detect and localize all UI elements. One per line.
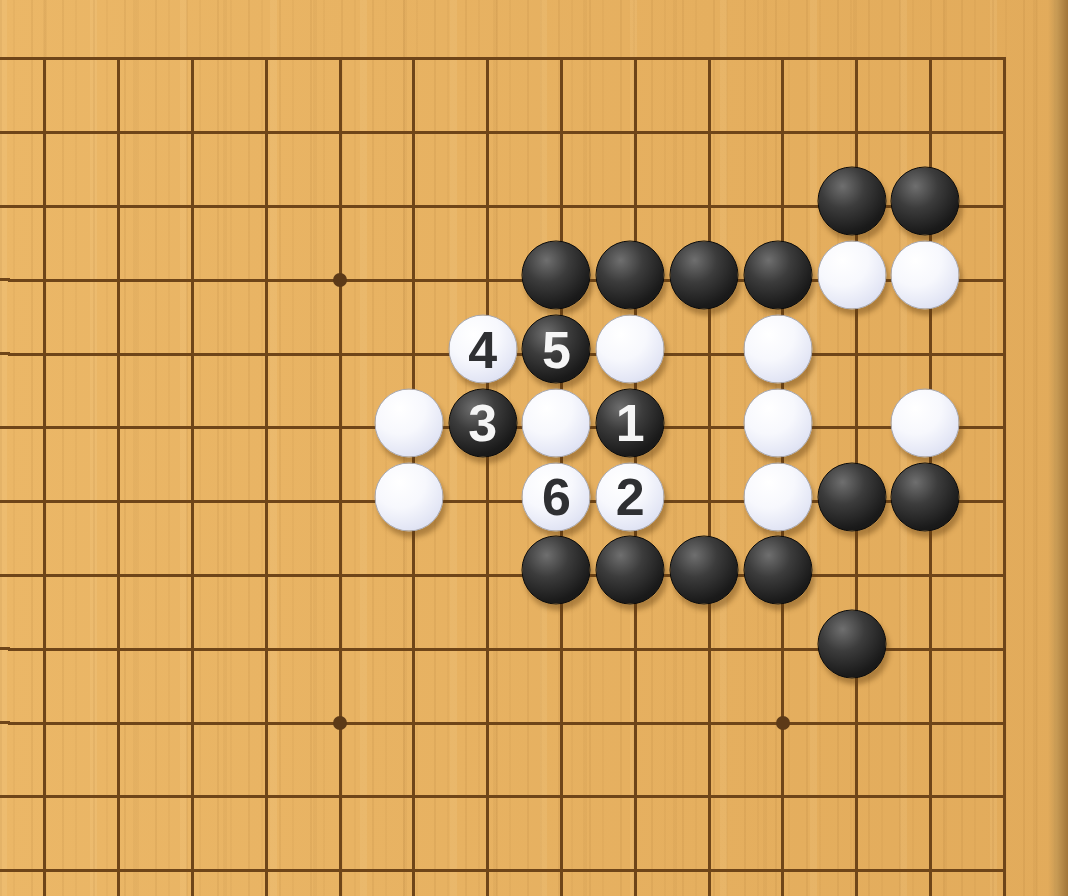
intersection-L11[interactable] [377,612,451,686]
intersection-N15[interactable]: 5 [525,317,599,391]
star-point-K10 [333,716,347,730]
intersection-T10[interactable] [967,686,1041,760]
grid-line-extension [0,647,10,650]
intersection-K17[interactable] [303,170,377,244]
intersection-H19[interactable] [156,22,230,96]
intersection-P13[interactable] [672,465,746,539]
grid-line-extension [0,205,10,208]
move-number-label: 5 [542,323,571,375]
intersection-L19[interactable] [377,22,451,96]
intersection-R12[interactable] [820,539,894,613]
intersection-H10[interactable] [156,686,230,760]
intersection-M18[interactable] [451,96,525,170]
intersection-G14[interactable] [82,391,156,465]
intersection-J18[interactable] [229,96,303,170]
intersection-R15[interactable] [820,317,894,391]
intersection-R19[interactable] [820,22,894,96]
move-number-label: 3 [468,397,497,449]
intersection-R18[interactable] [820,96,894,170]
move-number-label: 2 [616,471,645,523]
intersection-K10[interactable] [303,686,377,760]
intersection-J13[interactable] [229,465,303,539]
intersection-O13[interactable]: 2 [598,465,672,539]
intersection-F18[interactable] [8,96,82,170]
intersection-Q19[interactable] [746,22,820,96]
white-stone-R16 [817,241,886,310]
intersection-O9[interactable] [598,760,672,834]
intersection-K15[interactable] [303,317,377,391]
intersection-O8[interactable] [598,834,672,896]
intersection-N14[interactable] [525,391,599,465]
intersection-G10[interactable] [82,686,156,760]
star-point-Q10 [776,716,790,730]
grid-line-extension [0,574,10,577]
intersection-H9[interactable] [156,760,230,834]
intersection-T8[interactable] [967,834,1041,896]
intersection-M13[interactable] [451,465,525,539]
black-stone-Q12 [743,536,812,605]
intersection-M10[interactable] [451,686,525,760]
intersection-T14[interactable] [967,391,1041,465]
intersection-G15[interactable] [82,317,156,391]
intersection-L10[interactable] [377,686,451,760]
intersection-G19[interactable] [82,22,156,96]
intersection-K11[interactable] [303,612,377,686]
intersection-L14[interactable] [377,391,451,465]
grid-line-extension [0,278,10,281]
intersection-P16[interactable] [672,243,746,317]
intersection-K13[interactable] [303,465,377,539]
grid-line-extension [0,795,10,798]
intersection-G8[interactable] [82,834,156,896]
intersection-L9[interactable] [377,760,451,834]
black-stone-N16 [522,241,591,310]
grid-line-extension [0,131,10,134]
intersection-F9[interactable] [8,760,82,834]
intersection-F8[interactable] [8,834,82,896]
intersection-S12[interactable] [894,539,968,613]
intersection-P15[interactable] [672,317,746,391]
grid-line-extension [0,500,10,503]
intersection-S18[interactable] [894,96,968,170]
intersection-P17[interactable] [672,170,746,244]
grid-line-extension [0,426,10,429]
intersection-S15[interactable] [894,317,968,391]
white-stone-L14 [374,388,443,457]
white-stone-N14 [522,388,591,457]
intersection-Q12[interactable] [746,539,820,613]
intersection-N16[interactable] [525,243,599,317]
intersection-M9[interactable] [451,760,525,834]
intersection-H18[interactable] [156,96,230,170]
intersection-F13[interactable] [8,465,82,539]
intersection-R11[interactable] [820,612,894,686]
white-stone-Q13 [743,462,812,531]
intersection-O12[interactable] [598,539,672,613]
intersection-N18[interactable] [525,96,599,170]
intersection-Q16[interactable] [746,243,820,317]
intersection-J12[interactable] [229,539,303,613]
intersection-G16[interactable] [82,243,156,317]
white-stone-S16 [891,241,960,310]
intersection-R10[interactable] [820,686,894,760]
intersection-S16[interactable] [894,243,968,317]
intersection-M11[interactable] [451,612,525,686]
intersection-S9[interactable] [894,760,968,834]
intersection-R16[interactable] [820,243,894,317]
intersection-N13[interactable]: 6 [525,465,599,539]
white-stone-O13-move-2: 2 [596,462,665,531]
intersection-Q18[interactable] [746,96,820,170]
intersection-J16[interactable] [229,243,303,317]
intersection-R17[interactable] [820,170,894,244]
white-stone-L13 [374,462,443,531]
intersection-P11[interactable] [672,612,746,686]
intersection-G9[interactable] [82,760,156,834]
intersection-F15[interactable] [8,317,82,391]
intersection-H16[interactable] [156,243,230,317]
white-stone-O15 [596,315,665,384]
black-stone-R11 [817,610,886,679]
intersection-Q17[interactable] [746,170,820,244]
intersection-O16[interactable] [598,243,672,317]
intersection-L13[interactable] [377,465,451,539]
intersection-R8[interactable] [820,834,894,896]
grid-line-extension [0,721,10,724]
black-stone-P16 [670,241,739,310]
intersection-N9[interactable] [525,760,599,834]
intersection-M16[interactable] [451,243,525,317]
intersection-F10[interactable] [8,686,82,760]
intersection-H15[interactable] [156,317,230,391]
intersection-N8[interactable] [525,834,599,896]
intersection-M8[interactable] [451,834,525,896]
intersection-M14[interactable]: 3 [451,391,525,465]
intersection-H8[interactable] [156,834,230,896]
intersection-S14[interactable] [894,391,968,465]
intersection-N11[interactable] [525,612,599,686]
black-stone-O12 [596,536,665,605]
black-stone-R13 [817,462,886,531]
intersection-G18[interactable] [82,96,156,170]
intersection-S11[interactable] [894,612,968,686]
intersection-R13[interactable] [820,465,894,539]
intersection-P19[interactable] [672,22,746,96]
intersection-K12[interactable] [303,539,377,613]
intersection-F11[interactable] [8,612,82,686]
white-stone-Q15 [743,315,812,384]
intersection-G17[interactable] [82,170,156,244]
intersection-P12[interactable] [672,539,746,613]
intersection-F17[interactable] [8,170,82,244]
intersection-F16[interactable] [8,243,82,317]
go-board-screen: 453162 [0,0,1068,896]
intersection-S13[interactable] [894,465,968,539]
black-stone-Q16 [743,241,812,310]
intersection-J8[interactable] [229,834,303,896]
white-stone-N13-move-6: 6 [522,462,591,531]
intersection-J17[interactable] [229,170,303,244]
intersection-M17[interactable] [451,170,525,244]
move-number-label: 1 [616,397,645,449]
intersection-J10[interactable] [229,686,303,760]
intersection-L16[interactable] [377,243,451,317]
intersection-T11[interactable] [967,612,1041,686]
intersection-O11[interactable] [598,612,672,686]
intersection-T13[interactable] [967,465,1041,539]
intersection-T17[interactable] [967,170,1041,244]
intersection-J15[interactable] [229,317,303,391]
grid-line-extension [0,57,10,60]
intersection-M15[interactable]: 4 [451,317,525,391]
intersection-L15[interactable] [377,317,451,391]
black-stone-O16 [596,241,665,310]
move-number-label: 6 [542,471,571,523]
intersection-F19[interactable] [8,22,82,96]
intersection-L12[interactable] [377,539,451,613]
intersection-M19[interactable] [451,22,525,96]
board-right-edge [1048,0,1068,896]
intersection-M12[interactable] [451,539,525,613]
intersection-K9[interactable] [303,760,377,834]
star-point-K16 [333,273,347,287]
intersection-Q15[interactable] [746,317,820,391]
go-board: 453162 [8,22,1041,896]
intersection-Q14[interactable] [746,391,820,465]
intersection-K19[interactable] [303,22,377,96]
intersection-O14[interactable]: 1 [598,391,672,465]
intersection-R9[interactable] [820,760,894,834]
intersection-H14[interactable] [156,391,230,465]
intersection-R14[interactable] [820,391,894,465]
intersection-G11[interactable] [82,612,156,686]
intersection-O10[interactable] [598,686,672,760]
intersection-P10[interactable] [672,686,746,760]
black-stone-S17 [891,167,960,236]
intersection-T16[interactable] [967,243,1041,317]
black-stone-S13 [891,462,960,531]
intersection-T12[interactable] [967,539,1041,613]
intersection-G12[interactable] [82,539,156,613]
intersection-Q8[interactable] [746,834,820,896]
intersection-J19[interactable] [229,22,303,96]
intersection-S10[interactable] [894,686,968,760]
intersection-G13[interactable] [82,465,156,539]
intersection-P9[interactable] [672,760,746,834]
white-stone-S14 [891,388,960,457]
black-stone-P12 [670,536,739,605]
intersection-O18[interactable] [598,96,672,170]
intersection-N19[interactable] [525,22,599,96]
intersection-Q13[interactable] [746,465,820,539]
intersection-F14[interactable] [8,391,82,465]
intersection-L8[interactable] [377,834,451,896]
black-stone-R17 [817,167,886,236]
intersection-J11[interactable] [229,612,303,686]
white-stone-M15-move-4: 4 [448,315,517,384]
intersection-N12[interactable] [525,539,599,613]
intersection-H11[interactable] [156,612,230,686]
intersection-H17[interactable] [156,170,230,244]
black-stone-O14-move-1: 1 [596,388,665,457]
intersection-H12[interactable] [156,539,230,613]
intersection-S8[interactable] [894,834,968,896]
intersection-L18[interactable] [377,96,451,170]
intersection-Q9[interactable] [746,760,820,834]
grid-line-extension [0,869,10,872]
intersection-K8[interactable] [303,834,377,896]
intersection-P18[interactable] [672,96,746,170]
intersection-T19[interactable] [967,22,1041,96]
intersection-K14[interactable] [303,391,377,465]
intersection-Q11[interactable] [746,612,820,686]
intersection-L17[interactable] [377,170,451,244]
intersection-P8[interactable] [672,834,746,896]
intersection-O15[interactable] [598,317,672,391]
intersection-H13[interactable] [156,465,230,539]
intersection-P14[interactable] [672,391,746,465]
intersection-N10[interactable] [525,686,599,760]
white-stone-Q14 [743,388,812,457]
intersection-J14[interactable] [229,391,303,465]
intersection-K18[interactable] [303,96,377,170]
intersection-T9[interactable] [967,760,1041,834]
black-stone-N12 [522,536,591,605]
intersection-K16[interactable] [303,243,377,317]
intersection-O19[interactable] [598,22,672,96]
black-stone-M14-move-3: 3 [448,388,517,457]
move-number-label: 4 [468,323,497,375]
intersection-S19[interactable] [894,22,968,96]
intersection-N17[interactable] [525,170,599,244]
intersection-S17[interactable] [894,170,968,244]
intersection-T15[interactable] [967,317,1041,391]
black-stone-N15-move-5: 5 [522,315,591,384]
intersection-F12[interactable] [8,539,82,613]
intersection-T18[interactable] [967,96,1041,170]
intersection-Q10[interactable] [746,686,820,760]
grid-line-extension [0,352,10,355]
intersection-O17[interactable] [598,170,672,244]
intersection-J9[interactable] [229,760,303,834]
